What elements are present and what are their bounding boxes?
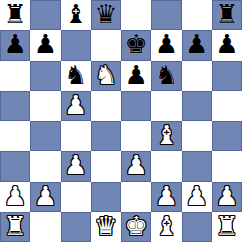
square-g7[interactable]: ♟ <box>182 30 212 60</box>
black-rook[interactable]: ♜ <box>3 0 26 29</box>
square-a8[interactable]: ♜ <box>0 0 30 30</box>
white-king[interactable]: ♚ <box>124 212 147 241</box>
square-h2[interactable]: ♟ <box>212 182 242 212</box>
square-c5[interactable]: ♟ <box>61 91 91 121</box>
white-pawn[interactable]: ♟ <box>34 182 57 211</box>
square-c2[interactable] <box>61 182 91 212</box>
square-d3[interactable] <box>91 151 121 181</box>
square-f3[interactable] <box>151 151 181 181</box>
square-b5[interactable] <box>30 91 60 121</box>
white-pawn[interactable]: ♟ <box>185 182 208 211</box>
square-e1[interactable]: ♚ <box>121 212 151 242</box>
white-pawn[interactable]: ♟ <box>155 182 178 211</box>
square-d4[interactable] <box>91 121 121 151</box>
square-a6[interactable] <box>0 61 30 91</box>
square-g8[interactable] <box>182 0 212 30</box>
square-b6[interactable] <box>30 61 60 91</box>
square-a5[interactable] <box>0 91 30 121</box>
white-rook[interactable]: ♜ <box>215 212 238 241</box>
black-pawn[interactable]: ♟ <box>215 30 238 59</box>
black-pawn[interactable]: ♟ <box>34 30 57 59</box>
black-pawn[interactable]: ♟ <box>124 61 147 90</box>
black-pawn[interactable]: ♟ <box>155 30 178 59</box>
chess-board-container: ♜♝♛♜♟♟♚♟♟♟♞♞♟♞♟♝♟♟♟♟♟♟♟♜♛♚♝♜ <box>0 0 242 242</box>
white-pawn[interactable]: ♟ <box>64 151 87 180</box>
square-g5[interactable] <box>182 91 212 121</box>
square-f7[interactable]: ♟ <box>151 30 181 60</box>
chess-board: ♜♝♛♜♟♟♚♟♟♟♞♞♟♞♟♝♟♟♟♟♟♟♟♜♛♚♝♜ <box>0 0 242 242</box>
square-h5[interactable] <box>212 91 242 121</box>
square-b3[interactable] <box>30 151 60 181</box>
square-a7[interactable]: ♟ <box>0 30 30 60</box>
square-c1[interactable] <box>61 212 91 242</box>
square-f6[interactable]: ♞ <box>151 61 181 91</box>
square-e6[interactable]: ♟ <box>121 61 151 91</box>
square-f5[interactable] <box>151 91 181 121</box>
black-king[interactable]: ♚ <box>124 30 147 59</box>
square-f4[interactable]: ♝ <box>151 121 181 151</box>
black-queen[interactable]: ♛ <box>94 0 117 29</box>
square-b4[interactable] <box>30 121 60 151</box>
square-g6[interactable] <box>182 61 212 91</box>
square-g2[interactable]: ♟ <box>182 182 212 212</box>
square-e8[interactable] <box>121 0 151 30</box>
black-rook[interactable]: ♜ <box>215 0 238 29</box>
square-a4[interactable] <box>0 121 30 151</box>
square-b7[interactable]: ♟ <box>30 30 60 60</box>
square-c4[interactable] <box>61 121 91 151</box>
square-e4[interactable] <box>121 121 151 151</box>
square-d1[interactable]: ♛ <box>91 212 121 242</box>
square-c8[interactable]: ♝ <box>61 0 91 30</box>
square-e3[interactable]: ♟ <box>121 151 151 181</box>
square-b1[interactable] <box>30 212 60 242</box>
square-h7[interactable]: ♟ <box>212 30 242 60</box>
square-e7[interactable]: ♚ <box>121 30 151 60</box>
square-g3[interactable] <box>182 151 212 181</box>
square-b8[interactable] <box>30 0 60 30</box>
square-f2[interactable]: ♟ <box>151 182 181 212</box>
square-h4[interactable] <box>212 121 242 151</box>
square-d7[interactable] <box>91 30 121 60</box>
black-pawn[interactable]: ♟ <box>185 30 208 59</box>
square-a2[interactable]: ♟ <box>0 182 30 212</box>
white-bishop[interactable]: ♝ <box>155 212 178 241</box>
square-g1[interactable] <box>182 212 212 242</box>
white-knight[interactable]: ♞ <box>94 61 117 90</box>
white-bishop[interactable]: ♝ <box>155 121 178 150</box>
square-e5[interactable] <box>121 91 151 121</box>
square-b2[interactable]: ♟ <box>30 182 60 212</box>
square-h1[interactable]: ♜ <box>212 212 242 242</box>
square-f8[interactable] <box>151 0 181 30</box>
square-c7[interactable] <box>61 30 91 60</box>
black-knight[interactable]: ♞ <box>155 61 178 90</box>
square-h6[interactable] <box>212 61 242 91</box>
black-bishop[interactable]: ♝ <box>64 0 87 29</box>
white-queen[interactable]: ♛ <box>94 212 117 241</box>
white-pawn[interactable]: ♟ <box>124 151 147 180</box>
square-h3[interactable] <box>212 151 242 181</box>
square-d6[interactable]: ♞ <box>91 61 121 91</box>
square-a3[interactable] <box>0 151 30 181</box>
white-pawn[interactable]: ♟ <box>3 182 26 211</box>
square-e2[interactable] <box>121 182 151 212</box>
white-pawn[interactable]: ♟ <box>215 182 238 211</box>
square-d5[interactable] <box>91 91 121 121</box>
square-d8[interactable]: ♛ <box>91 0 121 30</box>
square-g4[interactable] <box>182 121 212 151</box>
square-c3[interactable]: ♟ <box>61 151 91 181</box>
square-d2[interactable] <box>91 182 121 212</box>
black-pawn[interactable]: ♟ <box>3 30 26 59</box>
square-a1[interactable]: ♜ <box>0 212 30 242</box>
white-rook[interactable]: ♜ <box>3 212 26 241</box>
white-pawn[interactable]: ♟ <box>64 91 87 120</box>
square-h8[interactable]: ♜ <box>212 0 242 30</box>
black-knight[interactable]: ♞ <box>64 61 87 90</box>
square-f1[interactable]: ♝ <box>151 212 181 242</box>
square-c6[interactable]: ♞ <box>61 61 91 91</box>
